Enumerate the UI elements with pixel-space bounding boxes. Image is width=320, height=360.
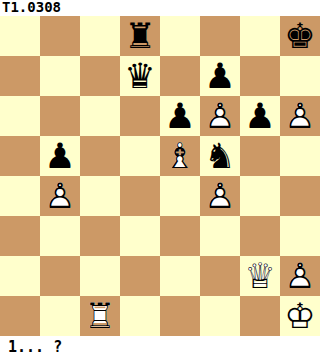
square-b1[interactable]: [40, 296, 80, 336]
square-c8[interactable]: [80, 16, 120, 56]
square-g3[interactable]: [240, 216, 280, 256]
square-b7[interactable]: [40, 56, 80, 96]
square-b5[interactable]: ♟: [40, 136, 80, 176]
square-f5[interactable]: ♞: [200, 136, 240, 176]
piece-black-rook-d8[interactable]: ♜: [120, 16, 160, 56]
square-d3[interactable]: [120, 216, 160, 256]
square-e2[interactable]: [160, 256, 200, 296]
square-d6[interactable]: [120, 96, 160, 136]
piece-black-king-h8[interactable]: ♚: [280, 16, 320, 56]
piece-black-pawn-g6[interactable]: ♟: [240, 96, 280, 136]
piece-black-knight-f5[interactable]: ♞: [200, 136, 240, 176]
square-b6[interactable]: [40, 96, 80, 136]
square-e4[interactable]: [160, 176, 200, 216]
piece-black-pawn-f7[interactable]: ♟: [200, 56, 240, 96]
square-f1[interactable]: [200, 296, 240, 336]
piece-outline: ♕: [240, 256, 280, 296]
piece-outline: ♔: [280, 296, 320, 336]
square-d7[interactable]: ♛: [120, 56, 160, 96]
square-a4[interactable]: [0, 176, 40, 216]
puzzle-id: T1.0308: [0, 0, 320, 16]
square-a6[interactable]: [0, 96, 40, 136]
square-c3[interactable]: [80, 216, 120, 256]
square-h6[interactable]: ♟♙: [280, 96, 320, 136]
square-h4[interactable]: [280, 176, 320, 216]
square-d8[interactable]: ♜: [120, 16, 160, 56]
square-f3[interactable]: [200, 216, 240, 256]
square-g8[interactable]: [240, 16, 280, 56]
square-d1[interactable]: [120, 296, 160, 336]
piece-white-pawn-f6[interactable]: ♟♙: [200, 96, 240, 136]
square-c1[interactable]: ♜♖: [80, 296, 120, 336]
piece-outline: ♙: [280, 256, 320, 296]
square-b2[interactable]: [40, 256, 80, 296]
piece-outline: ♙: [40, 176, 80, 216]
piece-outline: ♖: [80, 296, 120, 336]
square-c5[interactable]: [80, 136, 120, 176]
square-a5[interactable]: [0, 136, 40, 176]
square-h5[interactable]: [280, 136, 320, 176]
piece-black-pawn-e6[interactable]: ♟: [160, 96, 200, 136]
square-e1[interactable]: [160, 296, 200, 336]
piece-white-rook-c1[interactable]: ♜♖: [80, 296, 120, 336]
square-g6[interactable]: ♟: [240, 96, 280, 136]
square-h8[interactable]: ♚: [280, 16, 320, 56]
piece-white-pawn-b4[interactable]: ♟♙: [40, 176, 80, 216]
square-f6[interactable]: ♟♙: [200, 96, 240, 136]
square-e8[interactable]: [160, 16, 200, 56]
square-c2[interactable]: [80, 256, 120, 296]
square-g5[interactable]: [240, 136, 280, 176]
square-c4[interactable]: [80, 176, 120, 216]
square-a7[interactable]: [0, 56, 40, 96]
square-f4[interactable]: ♟♙: [200, 176, 240, 216]
square-e6[interactable]: ♟: [160, 96, 200, 136]
square-b4[interactable]: ♟♙: [40, 176, 80, 216]
piece-white-pawn-h6[interactable]: ♟♙: [280, 96, 320, 136]
square-h2[interactable]: ♟♙: [280, 256, 320, 296]
square-e7[interactable]: [160, 56, 200, 96]
square-g1[interactable]: [240, 296, 280, 336]
piece-outline: ♙: [280, 96, 320, 136]
piece-outline: ♗: [160, 136, 200, 176]
piece-outline: ♙: [200, 96, 240, 136]
square-a1[interactable]: [0, 296, 40, 336]
piece-white-pawn-h2[interactable]: ♟♙: [280, 256, 320, 296]
square-a8[interactable]: [0, 16, 40, 56]
piece-white-king-h1[interactable]: ♚♔: [280, 296, 320, 336]
piece-white-queen-g2[interactable]: ♛♕: [240, 256, 280, 296]
piece-white-bishop-e5[interactable]: ♝♗: [160, 136, 200, 176]
piece-black-pawn-b5[interactable]: ♟: [40, 136, 80, 176]
square-b8[interactable]: [40, 16, 80, 56]
square-c7[interactable]: [80, 56, 120, 96]
square-d5[interactable]: [120, 136, 160, 176]
square-g4[interactable]: [240, 176, 280, 216]
move-prompt: 1... ?: [0, 336, 320, 360]
piece-white-pawn-f4[interactable]: ♟♙: [200, 176, 240, 216]
square-f8[interactable]: [200, 16, 240, 56]
square-h3[interactable]: [280, 216, 320, 256]
square-f7[interactable]: ♟: [200, 56, 240, 96]
square-e3[interactable]: [160, 216, 200, 256]
square-e5[interactable]: ♝♗: [160, 136, 200, 176]
square-f2[interactable]: [200, 256, 240, 296]
piece-black-queen-d7[interactable]: ♛: [120, 56, 160, 96]
square-c6[interactable]: [80, 96, 120, 136]
square-h1[interactable]: ♚♔: [280, 296, 320, 336]
square-b3[interactable]: [40, 216, 80, 256]
square-g7[interactable]: [240, 56, 280, 96]
chess-board: ♜♚♛♟♟♟♙♟♟♙♟♝♗♞♟♙♟♙♛♕♟♙♜♖♚♔: [0, 16, 320, 336]
square-d4[interactable]: [120, 176, 160, 216]
piece-outline: ♙: [200, 176, 240, 216]
square-h7[interactable]: [280, 56, 320, 96]
square-a2[interactable]: [0, 256, 40, 296]
square-g2[interactable]: ♛♕: [240, 256, 280, 296]
square-d2[interactable]: [120, 256, 160, 296]
square-a3[interactable]: [0, 216, 40, 256]
